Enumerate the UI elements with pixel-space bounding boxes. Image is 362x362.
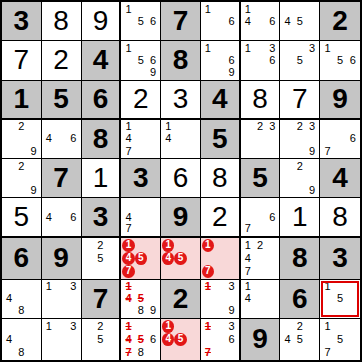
cell-r4c7[interactable]: 23 — [241, 120, 281, 159]
candidate-slot — [254, 42, 266, 54]
candidate-slot: 1 — [122, 320, 134, 333]
candidate-slot — [162, 346, 174, 359]
candidate-slot — [135, 211, 147, 223]
candidate-slot: 2 — [294, 121, 306, 133]
given-digit: 7 — [93, 285, 109, 313]
candidate-slot: 5 — [294, 333, 306, 346]
candidate: 4 — [6, 334, 12, 345]
candidate-grid: 1247 — [241, 238, 280, 279]
candidate-grid: 245 — [280, 319, 319, 360]
candidate: 2 — [297, 121, 303, 132]
candidate-slot — [321, 66, 334, 78]
given-digit: 6 — [292, 285, 308, 313]
cell-r9c5[interactable]: 145 — [161, 319, 201, 360]
candidate-slot — [67, 199, 79, 211]
candidate-slot — [254, 15, 266, 27]
cell-r6c6[interactable]: 2 — [201, 198, 241, 237]
candidate-slot — [15, 172, 27, 184]
candidate-slot — [187, 252, 199, 265]
cell-r5c8[interactable]: 29 — [280, 159, 320, 198]
cell-r1c8[interactable]: 45 — [280, 2, 320, 41]
candidate: 3 — [309, 43, 315, 54]
cell-r2c7[interactable]: 136 — [241, 41, 281, 80]
candidate-slot — [242, 27, 254, 39]
candidate: 2 — [257, 121, 263, 132]
cell-r8c3[interactable]: 7 — [82, 280, 122, 319]
candidate-slot: 9 — [28, 145, 40, 157]
cell-r4c9[interactable]: 67 — [320, 120, 360, 159]
candidate-grid: 169 — [201, 41, 239, 79]
candidate: 6 — [70, 133, 76, 144]
candidate-grid: 15 — [320, 280, 360, 318]
candidate-slot: 1 — [202, 281, 214, 293]
cell-r4c1[interactable]: 29 — [2, 120, 42, 159]
candidate-slot — [346, 145, 359, 157]
cell-r7c1[interactable]: 6 — [2, 238, 42, 280]
candidate-slot — [83, 265, 95, 278]
candidate-grid: 16 — [201, 2, 239, 40]
candidate: 7 — [324, 347, 330, 358]
cell-r4c6[interactable]: 5 — [201, 120, 241, 159]
solved-digit: 2 — [53, 46, 69, 74]
candidate-slot — [3, 346, 15, 359]
candidate: 5 — [337, 55, 343, 66]
candidate-slot — [55, 333, 67, 346]
candidate-slot: 9 — [226, 66, 238, 78]
solved-digit: 2 — [133, 85, 149, 113]
candidate-slot — [346, 66, 359, 78]
candidate-slot — [306, 133, 318, 145]
candidate-slot — [254, 145, 266, 157]
candidate: 3 — [229, 321, 235, 332]
candidate-slot — [242, 121, 254, 133]
candidate: 2 — [297, 321, 303, 332]
candidate-slot — [122, 27, 134, 39]
candidate-slot: 9 — [306, 184, 318, 196]
cell-r7c2[interactable]: 9 — [42, 238, 82, 280]
candidate-slot — [214, 281, 226, 293]
cell-r9c3[interactable]: 25 — [82, 319, 122, 360]
solved-digit: 8 — [53, 7, 69, 35]
cell-r6c9[interactable]: 8 — [320, 198, 360, 237]
candidate-grid: 67 — [320, 120, 360, 158]
cell-r3c6[interactable]: 4 — [201, 81, 241, 120]
candidate-circled: 1 — [162, 239, 174, 252]
candidate-slot — [281, 145, 293, 157]
candidate-slot — [202, 305, 214, 317]
candidate: 6 — [70, 212, 76, 223]
candidate-slot — [147, 3, 159, 15]
candidate: 5 — [297, 334, 303, 345]
candidate-slot — [106, 252, 118, 265]
candidate-slot — [147, 27, 159, 39]
candidate-circled: 4 — [122, 252, 134, 265]
candidate-grid: 45 — [280, 2, 319, 40]
cell-r3c1[interactable]: 1 — [2, 81, 42, 120]
candidate-slot: 4 — [3, 293, 15, 305]
cell-r5c7[interactable]: 5 — [241, 159, 281, 198]
candidate-slot — [28, 333, 40, 346]
solved-digit: 1 — [93, 164, 109, 192]
candidate-slot — [306, 160, 318, 172]
cell-r6c1[interactable]: 5 — [2, 198, 42, 237]
candidate-grid: 1367 — [201, 319, 239, 360]
candidate-slot: 4 — [122, 211, 134, 223]
candidate-slot — [334, 145, 347, 157]
candidate-slot — [28, 305, 40, 317]
candidate-slot: 5 — [135, 252, 147, 265]
candidate-slot — [28, 346, 40, 359]
cell-r3c3[interactable]: 6 — [82, 81, 122, 120]
cell-r8c8[interactable]: 6 — [280, 280, 320, 319]
candidate-slot — [266, 66, 278, 78]
candidate: 7 — [125, 223, 131, 234]
candidate-slot: 1 — [202, 239, 214, 252]
candidate: 9 — [229, 67, 235, 78]
cell-r8c7[interactable]: 14 — [241, 280, 281, 319]
candidate-slot — [28, 133, 40, 145]
cell-r9c8[interactable]: 245 — [280, 319, 320, 360]
candidate-grid: 29 — [2, 159, 41, 197]
candidate-eliminated: 7 — [205, 347, 211, 358]
cell-r3c7[interactable]: 8 — [241, 81, 281, 120]
candidate-slot — [334, 305, 347, 317]
candidate-slot: 4 — [3, 333, 15, 346]
candidate-slot — [226, 42, 238, 54]
candidate-grid: 145 — [161, 319, 200, 360]
candidate: 9 — [31, 146, 37, 157]
candidate-slot: 5 — [94, 252, 106, 265]
candidate-grid: 145678 — [121, 319, 160, 360]
candidate: 2 — [97, 321, 103, 332]
candidate-slot — [254, 265, 266, 278]
cell-r5c2[interactable]: 7 — [42, 159, 82, 198]
cell-r9c4[interactable]: 145678 — [121, 319, 161, 360]
candidate-slot — [3, 121, 15, 133]
cell-r8c5[interactable]: 2 — [161, 280, 201, 319]
candidate-slot — [214, 293, 226, 305]
candidate-slot — [214, 66, 226, 78]
candidate-grid: 157 — [320, 319, 360, 360]
cell-r3c4[interactable]: 2 — [121, 81, 161, 120]
solved-digit: 6 — [173, 164, 189, 192]
candidate-slot — [43, 223, 55, 235]
candidate-slot — [174, 265, 186, 278]
candidate-slot — [214, 54, 226, 66]
given-digit: 3 — [14, 7, 30, 35]
candidate-slot — [334, 42, 347, 54]
solved-digit: 7 — [14, 46, 30, 74]
cell-r8c6[interactable]: 139 — [201, 280, 241, 319]
cell-r7c4[interactable]: 1457 — [121, 238, 161, 280]
cell-r6c8[interactable]: 1 — [280, 198, 320, 237]
candidate: 4 — [125, 212, 131, 223]
candidate-slot — [242, 54, 254, 66]
cell-r8c2[interactable]: 13 — [42, 280, 82, 319]
candidate-slot: 6 — [226, 54, 238, 66]
candidate-slot: 7 — [122, 145, 134, 157]
candidate: 5 — [297, 16, 303, 27]
candidate: 4 — [245, 293, 251, 304]
cell-r2c8[interactable]: 35 — [280, 41, 320, 80]
candidate: 7 — [245, 223, 251, 234]
candidate-slot — [55, 346, 67, 359]
given-digit: 8 — [292, 244, 308, 272]
candidate-slot: 8 — [15, 305, 27, 317]
candidate: 5 — [337, 293, 343, 304]
candidate-slot — [294, 27, 306, 39]
candidate: 1 — [324, 321, 330, 332]
cell-r5c6[interactable]: 8 — [201, 159, 241, 198]
candidate-slot — [254, 3, 266, 15]
cell-r2c2[interactable]: 2 — [42, 41, 82, 80]
candidate-slot: 6 — [67, 211, 79, 223]
candidate-slot — [202, 54, 214, 66]
candidate-slot — [226, 252, 238, 265]
cell-r3c5[interactable]: 3 — [161, 81, 201, 120]
cell-r2c4[interactable]: 1569 — [121, 41, 161, 80]
candidate-slot — [147, 239, 159, 252]
candidate-grid: 156 — [320, 41, 360, 79]
candidate-slot: 4 — [43, 211, 55, 223]
candidate-slot: 1 — [242, 3, 254, 15]
candidate-slot: 9 — [147, 305, 159, 317]
given-digit: 3 — [133, 164, 149, 192]
candidate-slot: 6 — [147, 54, 159, 66]
candidate-slot: 4 — [162, 133, 174, 145]
candidate: 8 — [18, 347, 24, 358]
cell-r3c8[interactable]: 7 — [280, 81, 320, 120]
candidate-slot: 1 — [122, 42, 134, 54]
candidate-slot: 4 — [122, 333, 134, 346]
candidate-grid: 13 — [42, 319, 81, 360]
given-digit: 2 — [332, 7, 348, 35]
candidate-slot — [187, 320, 199, 333]
candidate-slot — [334, 320, 347, 333]
cell-r1c7[interactable]: 146 — [241, 2, 281, 41]
candidate-slot: 1 — [242, 239, 254, 252]
candidate-slot — [28, 281, 40, 293]
cell-r4c2[interactable]: 46 — [42, 120, 82, 159]
cell-r6c4[interactable]: 47 — [121, 198, 161, 237]
cell-r5c1[interactable]: 29 — [2, 159, 42, 198]
candidate: 6 — [150, 55, 156, 66]
cell-r2c3[interactable]: 4 — [82, 41, 122, 80]
cell-r9c9[interactable]: 157 — [320, 319, 360, 360]
cell-r1c2[interactable]: 8 — [42, 2, 82, 41]
candidate: 6 — [229, 334, 235, 345]
cell-r2c5[interactable]: 8 — [161, 41, 201, 80]
cell-r7c6[interactable]: 17 — [201, 238, 241, 280]
candidate-slot — [281, 133, 293, 145]
candidate-slot — [15, 293, 27, 305]
candidate-slot — [122, 66, 134, 78]
cell-r9c7[interactable]: 9 — [241, 319, 281, 360]
cell-r7c7[interactable]: 1247 — [241, 238, 281, 280]
candidate-slot — [334, 346, 347, 359]
candidate-slot — [321, 121, 334, 133]
cell-r7c8[interactable]: 8 — [280, 238, 320, 280]
candidate: 1 — [205, 43, 211, 54]
candidate-slot — [321, 333, 334, 346]
candidate: 1 — [46, 321, 52, 332]
candidate-slot — [346, 320, 359, 333]
candidate-slot — [214, 42, 226, 54]
candidate-slot: 4 — [281, 15, 293, 27]
candidate-slot — [334, 281, 347, 293]
candidate-slot — [346, 121, 359, 133]
candidate-slot — [135, 145, 147, 157]
candidate-slot: 3 — [226, 320, 238, 333]
cell-r9c6[interactable]: 1367 — [201, 319, 241, 360]
candidate-slot — [202, 293, 214, 305]
cell-r9c2[interactable]: 13 — [42, 319, 82, 360]
candidate-slot — [15, 281, 27, 293]
candidate-slot — [55, 133, 67, 145]
candidate-slot — [67, 121, 79, 133]
candidate-circled: 4 — [162, 333, 174, 346]
candidate-slot — [214, 265, 226, 278]
candidate-slot — [162, 265, 174, 278]
candidate-slot — [281, 3, 293, 15]
candidate-slot: 4 — [242, 15, 254, 27]
candidate-slot: 4 — [162, 333, 174, 346]
cell-r8c1[interactable]: 48 — [2, 280, 42, 319]
candidate: 4 — [46, 212, 52, 223]
candidate-circled: 5 — [135, 252, 147, 265]
candidate-slot — [306, 333, 318, 346]
candidate: 9 — [31, 185, 37, 196]
candidate-slot: 6 — [226, 15, 238, 27]
candidate: 4 — [125, 133, 131, 144]
candidate-slot: 1 — [43, 281, 55, 293]
candidate-circled: 5 — [174, 252, 186, 265]
candidate-slot: 1 — [202, 3, 214, 15]
candidate: 1 — [205, 4, 211, 15]
candidate-slot: 5 — [135, 293, 147, 305]
candidate-slot — [202, 333, 214, 346]
cell-r9c1[interactable]: 48 — [2, 319, 42, 360]
cell-r3c9[interactable]: 9 — [320, 81, 360, 120]
candidate-slot — [94, 265, 106, 278]
cell-r1c1[interactable]: 3 — [2, 2, 42, 41]
candidate-slot — [266, 252, 278, 265]
cell-r1c5[interactable]: 7 — [161, 2, 201, 41]
candidate-slot: 2 — [15, 121, 27, 133]
candidate-slot: 6 — [266, 54, 278, 66]
cell-r6c5[interactable]: 9 — [161, 198, 201, 237]
cell-r8c9[interactable]: 15 — [320, 280, 360, 319]
candidate: 1 — [125, 43, 131, 54]
candidate-grid: 146 — [241, 2, 280, 40]
cell-r2c6[interactable]: 169 — [201, 41, 241, 80]
candidate: 6 — [350, 133, 356, 144]
candidate-slot — [3, 184, 15, 196]
cell-r1c3[interactable]: 9 — [82, 2, 122, 41]
cell-r4c8[interactable]: 239 — [280, 120, 320, 159]
candidate-slot: 8 — [15, 346, 27, 359]
cell-r6c2[interactable]: 46 — [42, 198, 82, 237]
cell-r2c9[interactable]: 156 — [320, 41, 360, 80]
candidate-eliminated: 4 — [125, 293, 131, 304]
candidate-slot — [147, 320, 159, 333]
candidate-slot: 5 — [334, 54, 347, 66]
candidate: 4 — [6, 293, 12, 304]
candidate-slot — [266, 293, 278, 305]
given-digit: 5 — [252, 164, 268, 192]
candidate-slot: 1 — [202, 320, 214, 333]
candidate-slot: 2 — [254, 121, 266, 133]
candidate-slot: 1 — [321, 42, 334, 54]
candidate-grid: 48 — [2, 280, 41, 318]
candidate: 1 — [245, 43, 251, 54]
candidate: 1 — [46, 281, 52, 292]
candidate-slot — [28, 172, 40, 184]
given-digit: 4 — [212, 85, 228, 113]
candidate-slot — [254, 211, 266, 223]
cell-r4c3[interactable]: 8 — [82, 120, 122, 159]
cell-r6c3[interactable]: 3 — [82, 198, 122, 237]
candidate-slot — [242, 133, 254, 145]
candidate-slot — [254, 199, 266, 211]
candidate-slot — [147, 346, 159, 359]
cell-r7c3[interactable]: 25 — [82, 238, 122, 280]
solved-digit: 2 — [212, 203, 228, 231]
candidate-slot — [43, 293, 55, 305]
cell-r5c4[interactable]: 3 — [121, 159, 161, 198]
candidate-slot — [55, 145, 67, 157]
candidate-slot — [3, 160, 15, 172]
cell-r7c9[interactable]: 3 — [320, 238, 360, 280]
candidate: 1 — [324, 281, 330, 292]
candidate-grid: 145 — [161, 238, 200, 279]
cell-r6c7[interactable]: 67 — [241, 198, 281, 237]
given-digit: 1 — [14, 85, 30, 113]
cell-r3c2[interactable]: 5 — [42, 81, 82, 120]
candidate-slot — [294, 133, 306, 145]
candidate-slot — [294, 42, 306, 54]
cell-r5c5[interactable]: 6 — [161, 159, 201, 198]
candidate-slot — [135, 3, 147, 15]
candidate-slot — [67, 346, 79, 359]
candidate: 1 — [324, 43, 330, 54]
cell-r4c5[interactable]: 14 — [161, 120, 201, 159]
candidate-slot — [55, 223, 67, 235]
cell-r1c4[interactable]: 156 — [121, 2, 161, 41]
cell-r2c1[interactable]: 7 — [2, 41, 42, 80]
cell-r1c6[interactable]: 16 — [201, 2, 241, 41]
candidate-slot: 3 — [306, 42, 318, 54]
candidate-slot — [226, 239, 238, 252]
cell-r4c4[interactable]: 147 — [121, 120, 161, 159]
cell-r5c9[interactable]: 4 — [320, 159, 360, 198]
candidate: 6 — [150, 334, 156, 345]
candidate-slot — [106, 265, 118, 278]
cell-r5c3[interactable]: 1 — [82, 159, 122, 198]
candidate-slot — [306, 66, 318, 78]
candidate: 7 — [245, 266, 251, 277]
cell-r8c4[interactable]: 14589 — [121, 280, 161, 319]
cell-r1c9[interactable]: 2 — [320, 2, 360, 41]
candidate-slot — [15, 133, 27, 145]
candidate-slot: 1 — [202, 42, 214, 54]
candidate-slot — [346, 333, 359, 346]
candidate-slot — [187, 133, 199, 145]
cell-r7c5[interactable]: 145 — [161, 238, 201, 280]
candidate-grid: 239 — [280, 120, 319, 158]
candidate-slot: 1 — [122, 281, 134, 293]
candidate-slot — [187, 145, 199, 157]
